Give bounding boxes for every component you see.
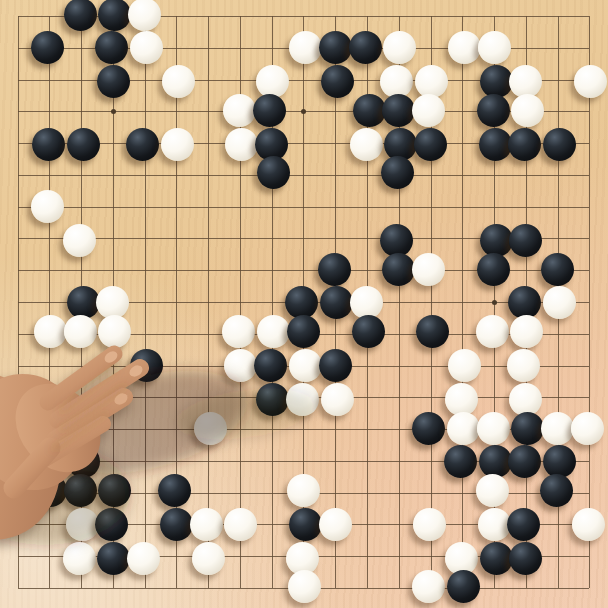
hand — [0, 0, 608, 608]
go-board-photo — [0, 0, 608, 608]
